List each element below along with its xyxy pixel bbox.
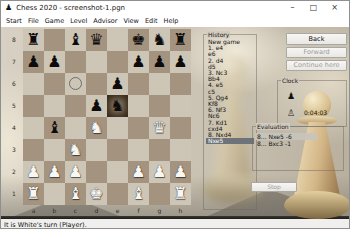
square-g4[interactable]: ♛ — [149, 117, 170, 139]
rank-label-5: 5 — [9, 95, 19, 117]
white-king-d1[interactable]: ♚ — [86, 183, 107, 205]
forward-button[interactable]: Forward — [286, 47, 347, 58]
black-knight-e5[interactable]: ♞ — [107, 95, 128, 117]
square-g6[interactable] — [149, 73, 170, 95]
rank-label-8: 8 — [9, 29, 19, 51]
square-h4[interactable] — [170, 117, 191, 139]
menu-advisor[interactable]: Advisor — [90, 17, 120, 25]
app-window: ♟ Chess 2020 - screenshot-1.pgn – □ × St… — [0, 0, 350, 229]
square-d7[interactable] — [86, 51, 107, 73]
menu-bar: StartFileGameLevelAdvisorViewEditHelp — [1, 15, 349, 27]
black-clock-row: ♟ — [278, 90, 346, 102]
menu-file[interactable]: File — [25, 17, 42, 25]
square-f3[interactable] — [128, 139, 149, 161]
square-f4[interactable] — [128, 117, 149, 139]
square-c1[interactable]: ♝ — [65, 183, 86, 205]
square-c5[interactable] — [65, 95, 86, 117]
menu-level[interactable]: Level — [67, 17, 90, 25]
rank-label-6: 6 — [9, 73, 19, 95]
square-f7[interactable]: ♟ — [128, 51, 149, 73]
black-queen-d8[interactable]: ♛ — [86, 29, 107, 51]
history-label: History — [207, 31, 230, 38]
rank-label-7: 7 — [9, 51, 19, 73]
history-panel: History New game1. e4e62. d4d53. Nc3Bb44… — [203, 34, 257, 210]
square-c7[interactable] — [65, 51, 86, 73]
chess-board: ♜♝♛♚♞♜♟♟♟♟♟♟♟♞♝♞♛♞♟♟♟♟♟♟♜♝♚♝♜ — [23, 29, 191, 205]
square-d2[interactable] — [86, 161, 107, 183]
square-f8[interactable]: ♚ — [128, 29, 149, 51]
square-g3[interactable] — [149, 139, 170, 161]
square-a2[interactable]: ♟ — [23, 161, 44, 183]
white-pawn-f2[interactable]: ♟ — [128, 161, 149, 183]
stop-button[interactable]: Stop — [251, 182, 297, 192]
evaluation-label: Evaluation — [256, 123, 290, 130]
white-pawn-icon: ♙ — [287, 107, 295, 119]
square-c4[interactable] — [65, 117, 86, 139]
square-a6[interactable] — [23, 73, 44, 95]
square-d8[interactable]: ♛ — [86, 29, 107, 51]
menu-edit[interactable]: Edit — [142, 17, 161, 25]
square-g7[interactable]: ♟ — [149, 51, 170, 73]
black-pawn-b7[interactable]: ♟ — [44, 51, 65, 73]
square-e3[interactable] — [107, 139, 128, 161]
title-bar: ♟ Chess 2020 - screenshot-1.pgn – □ × — [1, 1, 349, 15]
square-b6[interactable] — [44, 73, 65, 95]
white-pawn-a2[interactable]: ♟ — [23, 161, 44, 183]
square-h3[interactable] — [170, 139, 191, 161]
square-g5[interactable] — [149, 95, 170, 117]
square-h8[interactable]: ♜ — [170, 29, 191, 51]
black-knight-g8[interactable]: ♞ — [149, 29, 170, 51]
minimize-button[interactable]: – — [282, 1, 303, 15]
black-pawn-d5[interactable]: ♟ — [86, 95, 107, 117]
square-b3[interactable] — [44, 139, 65, 161]
square-d1[interactable]: ♚ — [86, 183, 107, 205]
status-bar: It is White's turn (Player). — [1, 219, 350, 229]
file-label-g: g — [149, 207, 170, 214]
square-d5[interactable]: ♟ — [86, 95, 107, 117]
evaluation-list: 8... Nxe5 -68... Bxc3 -1 — [255, 133, 317, 147]
square-e4[interactable] — [107, 117, 128, 139]
square-a7[interactable]: ♟ — [23, 51, 44, 73]
square-a1[interactable]: ♜ — [23, 183, 44, 205]
rank-label-2: 2 — [9, 161, 19, 183]
maximize-button[interactable]: □ — [303, 1, 324, 15]
rank-label-4: 4 — [9, 117, 19, 139]
white-pawn-g2[interactable]: ♟ — [149, 161, 170, 183]
square-b1[interactable] — [44, 183, 65, 205]
square-e6[interactable]: ♟ — [107, 73, 128, 95]
rank-label-3: 3 — [9, 139, 19, 161]
menu-view[interactable]: View — [120, 17, 141, 25]
main-area: 87654321 ♜♝♛♚♞♜♟♟♟♟♟♟♟♞♝♞♛♞♟♟♟♟♟♟♜♝♚♝♜ a… — [1, 27, 350, 219]
square-b8[interactable] — [44, 29, 65, 51]
black-pawn-icon: ♟ — [287, 90, 295, 102]
square-d3[interactable] — [86, 139, 107, 161]
square-c2[interactable]: ♟ — [65, 161, 86, 183]
square-a3[interactable] — [23, 139, 44, 161]
file-label-a: a — [23, 207, 44, 214]
evaluation-panel: Evaluation 8... Nxe5 -68... Bxc3 -1 — [252, 126, 344, 171]
last-move-origin-marker — [69, 77, 82, 90]
square-b7[interactable]: ♟ — [44, 51, 65, 73]
white-clock-time: 0:04:03 — [304, 107, 327, 119]
black-pawn-e6[interactable]: ♟ — [107, 73, 128, 95]
square-d4[interactable]: ♞ — [86, 117, 107, 139]
clock-panel: Clock ♟ ♙ 0:04:03 — [277, 80, 347, 127]
file-label-h: h — [170, 207, 191, 214]
square-g2[interactable]: ♟ — [149, 161, 170, 183]
history-item[interactable]: Nxe5 — [206, 138, 254, 144]
square-c8[interactable]: ♝ — [65, 29, 86, 51]
square-h2[interactable]: ♟ — [170, 161, 191, 183]
square-h7[interactable]: ♟ — [170, 51, 191, 73]
close-button[interactable]: × — [324, 1, 345, 15]
evaluation-item[interactable]: 8... Bxc3 -1 — [255, 140, 317, 147]
white-bishop-f1[interactable]: ♝ — [128, 183, 149, 205]
file-label-d: d — [86, 207, 107, 214]
square-e7[interactable] — [107, 51, 128, 73]
evaluation-item[interactable]: 8... Nxe5 -6 — [255, 133, 317, 140]
square-e1[interactable] — [107, 183, 128, 205]
square-f2[interactable]: ♟ — [128, 161, 149, 183]
square-b5[interactable] — [44, 95, 65, 117]
move-history-list: New game1. e4e62. d4d53. Nc3Bb44. e5c55.… — [206, 39, 254, 144]
rank-label-1: 1 — [9, 183, 19, 205]
window-controls: – □ × — [282, 1, 345, 15]
white-pawn-c2[interactable]: ♟ — [65, 161, 86, 183]
white-pawn-b2[interactable]: ♟ — [44, 161, 65, 183]
file-label-e: e — [107, 207, 128, 214]
black-rook-a8[interactable]: ♜ — [23, 29, 44, 51]
menu-game[interactable]: Game — [42, 17, 67, 25]
white-bishop-c1[interactable]: ♝ — [65, 183, 86, 205]
square-a4[interactable] — [23, 117, 44, 139]
square-a8[interactable]: ♜ — [23, 29, 44, 51]
square-b4[interactable]: ♝ — [44, 117, 65, 139]
black-pawn-a7[interactable]: ♟ — [23, 51, 44, 73]
square-e8[interactable] — [107, 29, 128, 51]
square-c3[interactable]: ♞ — [65, 139, 86, 161]
black-pawn-h7[interactable]: ♟ — [170, 51, 191, 73]
black-king-f8[interactable]: ♚ — [128, 29, 149, 51]
continue-here-button[interactable]: Continue here — [286, 60, 347, 71]
square-f5[interactable] — [128, 95, 149, 117]
square-g8[interactable]: ♞ — [149, 29, 170, 51]
white-rook-h1[interactable]: ♜ — [170, 183, 191, 205]
square-b2[interactable]: ♟ — [44, 161, 65, 183]
square-c6[interactable] — [65, 73, 86, 95]
rank-labels: 87654321 — [9, 29, 19, 205]
square-e5[interactable]: ♞ — [107, 95, 128, 117]
menu-start[interactable]: Start — [3, 17, 25, 25]
back-button[interactable]: Back — [286, 33, 347, 45]
square-g1[interactable] — [149, 183, 170, 205]
square-h1[interactable]: ♜ — [170, 183, 191, 205]
white-knight-d4[interactable]: ♞ — [86, 117, 107, 139]
file-label-c: c — [65, 207, 86, 214]
square-f1[interactable]: ♝ — [128, 183, 149, 205]
black-pawn-g7[interactable]: ♟ — [149, 51, 170, 73]
status-text: It is White's turn (Player). — [4, 221, 87, 229]
white-pawn-h2[interactable]: ♟ — [170, 161, 191, 183]
black-bishop-c8[interactable]: ♝ — [65, 29, 86, 51]
square-f6[interactable] — [128, 73, 149, 95]
square-d6[interactable] — [86, 73, 107, 95]
file-label-f: f — [128, 207, 149, 214]
square-a5[interactable] — [23, 95, 44, 117]
menu-help[interactable]: Help — [161, 17, 182, 25]
white-knight-c3[interactable]: ♞ — [65, 139, 86, 161]
square-e2[interactable] — [107, 161, 128, 183]
black-rook-h8[interactable]: ♜ — [170, 29, 191, 51]
white-rook-a1[interactable]: ♜ — [23, 183, 44, 205]
square-h6[interactable] — [170, 73, 191, 95]
white-queen-g4[interactable]: ♛ — [149, 117, 170, 139]
file-labels: abcdefgh — [23, 207, 191, 214]
app-icon: ♟ — [5, 1, 12, 15]
black-bishop-b4[interactable]: ♝ — [44, 117, 65, 139]
white-clock-row: ♙ 0:04:03 — [278, 107, 346, 119]
square-h5[interactable] — [170, 95, 191, 117]
clock-label: Clock — [281, 77, 299, 84]
window-title: Chess 2020 - screenshot-1.pgn — [16, 4, 282, 12]
file-label-b: b — [44, 207, 65, 214]
black-pawn-f7[interactable]: ♟ — [128, 51, 149, 73]
